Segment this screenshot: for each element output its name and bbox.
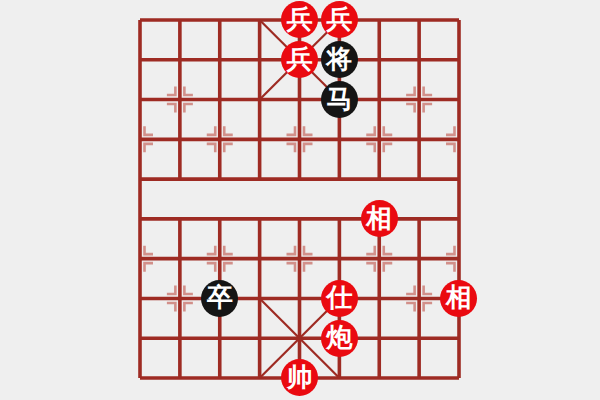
xiangqi-board: 兵兵兵将马相卒仕相炮帅 [120,0,479,398]
piece-red-soldier[interactable]: 兵 [321,1,358,38]
piece-black-horse[interactable]: 马 [321,81,358,118]
piece-red-advisor[interactable]: 仕 [321,280,358,317]
piece-black-general[interactable]: 将 [321,41,358,78]
piece-red-soldier[interactable]: 兵 [281,41,318,78]
xiangqi-app-screen: 兵兵兵将马相卒仕相炮帅 [0,0,600,400]
piece-red-cannon[interactable]: 炮 [321,320,358,357]
piece-red-elephant[interactable]: 相 [361,200,398,237]
piece-red-general[interactable]: 帅 [281,359,318,396]
piece-red-elephant[interactable]: 相 [440,280,477,317]
piece-black-soldier[interactable]: 卒 [201,280,238,317]
piece-red-soldier[interactable]: 兵 [281,1,318,38]
